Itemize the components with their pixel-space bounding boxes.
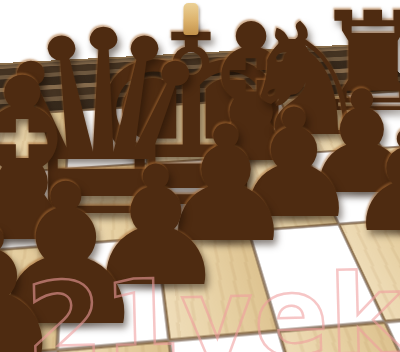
piece-black-pawn-h7[interactable]: ♟ xyxy=(345,112,400,252)
product-photo: ♝♛♚♝♞♜♟♟♟♟♟♟♟ 21vek.by xyxy=(0,0,400,352)
piece-black-pawn-b7[interactable]: ♟ xyxy=(0,205,68,352)
pawn-glyph: ♟ xyxy=(0,191,68,352)
pawn-glyph: ♟ xyxy=(345,100,400,263)
